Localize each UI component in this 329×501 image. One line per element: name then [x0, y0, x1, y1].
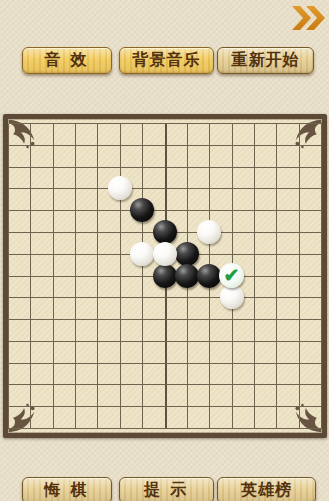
sound-toggle-button[interactable]: 音 效: [22, 47, 112, 74]
white-stone: [108, 176, 132, 200]
restart-button[interactable]: 重新开始: [217, 47, 314, 74]
white-stone: [153, 242, 177, 266]
confirm-move-check-icon[interactable]: ✔: [219, 263, 244, 288]
black-stone: [175, 242, 199, 266]
gomoku-app: 音 效 背景音乐 重新开始 ✔ 悔 棋 提 示 英雄榜: [0, 0, 329, 501]
gomoku-board[interactable]: ✔: [3, 114, 327, 438]
black-stone: [197, 264, 221, 288]
undo-move-button[interactable]: 悔 棋: [22, 477, 112, 501]
double-chevron-right-icon[interactable]: [291, 4, 325, 32]
black-stone: [175, 264, 199, 288]
hint-button[interactable]: 提 示: [119, 477, 214, 501]
white-stone: [197, 220, 221, 244]
black-stone: [153, 220, 177, 244]
white-stone: [220, 285, 244, 309]
black-stone: [153, 264, 177, 288]
white-stone: [130, 242, 154, 266]
background-music-button[interactable]: 背景音乐: [119, 47, 214, 74]
board-grid[interactable]: ✔: [8, 123, 322, 429]
leaderboard-button[interactable]: 英雄榜: [217, 477, 316, 501]
